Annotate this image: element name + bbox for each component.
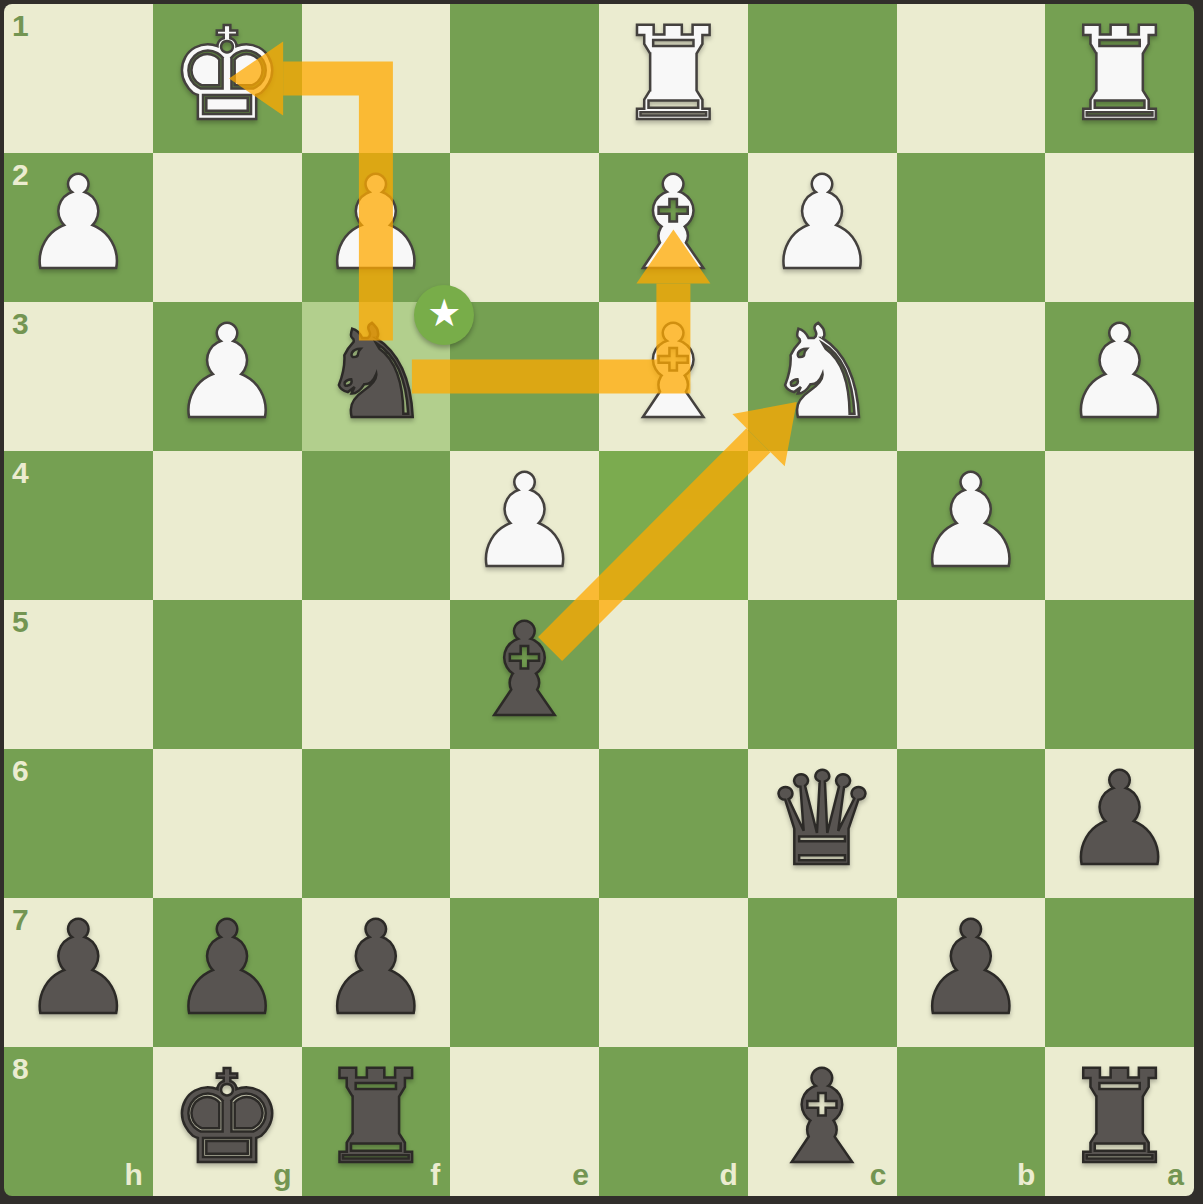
square-c6[interactable]: ♛ [748,749,897,898]
chess-analysis-window: 1♚♜♜2♟♟♝♟3♟♞♝♞♟4♟♟5♝6♛♟7♟♟♟♟8hg♚f♜edc♝ba… [0,0,1203,1204]
piece-white-bishop-d3[interactable]: ♝ [599,298,748,447]
square-f4[interactable] [302,451,451,600]
piece-white-bishop-d2[interactable]: ♝ [599,149,748,298]
square-b1[interactable] [897,4,1046,153]
rank-label-6: 6 [12,754,29,788]
square-b3[interactable] [897,302,1046,451]
star-icon: ★ [427,294,461,332]
square-g8[interactable]: g♚ [153,1047,302,1196]
square-d5[interactable] [599,600,748,749]
square-a4[interactable] [1045,451,1194,600]
square-a7[interactable] [1045,898,1194,1047]
square-d7[interactable] [599,898,748,1047]
square-c5[interactable] [748,600,897,749]
square-d8[interactable]: d [599,1047,748,1196]
square-b4[interactable]: ♟ [897,451,1046,600]
square-d6[interactable] [599,749,748,898]
file-label-d: d [719,1158,737,1192]
square-e8[interactable]: e [450,1047,599,1196]
square-h6[interactable]: 6 [4,749,153,898]
square-e3[interactable] [450,302,599,451]
square-f6[interactable] [302,749,451,898]
rank-label-5: 5 [12,605,29,639]
piece-black-bishop-c8[interactable]: ♝ [748,1043,897,1192]
square-b8[interactable]: b [897,1047,1046,1196]
square-c4[interactable] [748,451,897,600]
piece-white-pawn-b4[interactable]: ♟ [897,447,1046,596]
square-a2[interactable] [1045,153,1194,302]
square-g3[interactable]: ♟ [153,302,302,451]
square-g5[interactable] [153,600,302,749]
square-c7[interactable] [748,898,897,1047]
square-a8[interactable]: a♜ [1045,1047,1194,1196]
square-e6[interactable] [450,749,599,898]
square-f2[interactable]: ♟ [302,153,451,302]
piece-white-pawn-a3[interactable]: ♟ [1045,298,1194,447]
rank-label-4: 4 [12,456,29,490]
square-e7[interactable] [450,898,599,1047]
piece-white-pawn-h2[interactable]: ♟ [4,149,153,298]
piece-black-pawn-h7[interactable]: ♟ [4,894,153,1043]
square-h2[interactable]: 2♟ [4,153,153,302]
square-d3[interactable]: ♝ [599,302,748,451]
piece-black-queen-c6[interactable]: ♛ [748,745,897,894]
square-g6[interactable] [153,749,302,898]
square-h5[interactable]: 5 [4,600,153,749]
square-g1[interactable]: ♚ [153,4,302,153]
square-f5[interactable] [302,600,451,749]
chess-board[interactable]: 1♚♜♜2♟♟♝♟3♟♞♝♞♟4♟♟5♝6♛♟7♟♟♟♟8hg♚f♜edc♝ba… [4,4,1194,1196]
piece-black-pawn-b7[interactable]: ♟ [897,894,1046,1043]
square-b7[interactable]: ♟ [897,898,1046,1047]
piece-white-rook-a1[interactable]: ♜ [1045,4,1194,149]
rank-label-3: 3 [12,307,29,341]
square-h3[interactable]: 3 [4,302,153,451]
piece-black-pawn-f7[interactable]: ♟ [302,894,451,1043]
piece-black-king-g8[interactable]: ♚ [153,1043,302,1192]
best-move-badge: ★ [414,285,474,345]
square-a3[interactable]: ♟ [1045,302,1194,451]
square-a1[interactable]: ♜ [1045,4,1194,153]
piece-black-rook-f8[interactable]: ♜ [302,1043,451,1192]
piece-black-bishop-e5[interactable]: ♝ [450,596,599,745]
square-d4[interactable] [599,451,748,600]
square-h1[interactable]: 1 [4,4,153,153]
piece-white-king-g1[interactable]: ♚ [153,4,302,149]
square-f8[interactable]: f♜ [302,1047,451,1196]
square-h7[interactable]: 7♟ [4,898,153,1047]
file-label-b: b [1017,1158,1035,1192]
square-f7[interactable]: ♟ [302,898,451,1047]
piece-black-pawn-a6[interactable]: ♟ [1045,745,1194,894]
square-h4[interactable]: 4 [4,451,153,600]
piece-white-pawn-c2[interactable]: ♟ [748,149,897,298]
rank-label-8: 8 [12,1052,29,1086]
square-c8[interactable]: c♝ [748,1047,897,1196]
file-label-h: h [124,1158,142,1192]
square-d1[interactable]: ♜ [599,4,748,153]
square-c1[interactable] [748,4,897,153]
piece-white-knight-c3[interactable]: ♞ [748,298,897,447]
piece-black-pawn-g7[interactable]: ♟ [153,894,302,1043]
piece-white-pawn-e4[interactable]: ♟ [450,447,599,596]
piece-white-pawn-g3[interactable]: ♟ [153,298,302,447]
square-a6[interactable]: ♟ [1045,749,1194,898]
piece-white-rook-d1[interactable]: ♜ [599,4,748,149]
square-h8[interactable]: 8h [4,1047,153,1196]
piece-black-rook-a8[interactable]: ♜ [1045,1043,1194,1192]
square-d2[interactable]: ♝ [599,153,748,302]
square-e5[interactable]: ♝ [450,600,599,749]
square-g2[interactable] [153,153,302,302]
piece-white-pawn-f2[interactable]: ♟ [302,149,451,298]
square-b2[interactable] [897,153,1046,302]
square-b5[interactable] [897,600,1046,749]
square-c3[interactable]: ♞ [748,302,897,451]
square-e4[interactable]: ♟ [450,451,599,600]
square-g7[interactable]: ♟ [153,898,302,1047]
square-c2[interactable]: ♟ [748,153,897,302]
square-b6[interactable] [897,749,1046,898]
file-label-e: e [572,1158,589,1192]
rank-label-1: 1 [12,9,29,43]
square-g4[interactable] [153,451,302,600]
square-f1[interactable] [302,4,451,153]
square-e2[interactable] [450,153,599,302]
square-a5[interactable] [1045,600,1194,749]
square-e1[interactable] [450,4,599,153]
